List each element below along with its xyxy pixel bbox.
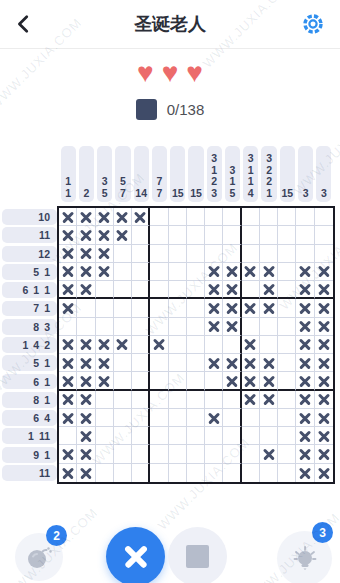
cross-mark <box>98 338 110 350</box>
grid-cell[interactable] <box>296 245 314 263</box>
mark-x-tool-button[interactable] <box>106 527 165 583</box>
grid-cell[interactable] <box>77 281 95 299</box>
fill-tool-button[interactable] <box>168 527 227 583</box>
nonogram-board: 1123557147715153123315311432211533 10111… <box>2 146 335 484</box>
grid-cell[interactable] <box>205 464 223 482</box>
grid-cell[interactable] <box>205 245 223 263</box>
column-clue-pill: 3114 <box>243 146 258 202</box>
grid-cell[interactable] <box>169 263 187 281</box>
grid-cell[interactable] <box>114 318 132 336</box>
cross-mark <box>80 412 92 424</box>
grid-cell[interactable] <box>315 409 333 427</box>
grid-cell[interactable] <box>59 245 77 263</box>
heart-icon: ♥ <box>186 57 203 88</box>
grid-cell[interactable] <box>59 464 77 482</box>
grid-cell[interactable] <box>96 318 114 336</box>
grid-cell[interactable] <box>96 372 114 390</box>
grid-cell[interactable] <box>187 427 205 445</box>
grid-cell[interactable] <box>260 391 278 409</box>
grid-cell[interactable] <box>187 354 205 372</box>
cross-mark <box>62 302 74 314</box>
grid-cell[interactable] <box>260 281 278 299</box>
grid-cell[interactable] <box>260 226 278 244</box>
grid-cell[interactable] <box>132 464 150 482</box>
cross-mark <box>62 283 74 295</box>
cross-mark <box>244 265 256 277</box>
grid-cell[interactable] <box>77 245 95 263</box>
grid-cell[interactable] <box>114 263 132 281</box>
grid-cell[interactable] <box>187 445 205 463</box>
row-clue-pill: 142 <box>2 337 57 353</box>
grid-cell[interactable] <box>260 318 278 336</box>
grid-cell[interactable] <box>296 391 314 409</box>
grid-cell[interactable] <box>150 445 168 463</box>
grid-cell[interactable] <box>132 336 150 354</box>
grid-cell[interactable] <box>59 299 77 317</box>
grid-cell[interactable] <box>114 354 132 372</box>
cross-mark <box>318 448 330 460</box>
grid-cell[interactable] <box>242 299 260 317</box>
cross-mark <box>299 302 311 314</box>
grid-cell[interactable] <box>96 391 114 409</box>
grid-cell[interactable] <box>187 391 205 409</box>
grid-cell[interactable] <box>187 409 205 427</box>
cross-mark <box>244 302 256 314</box>
grid-cell[interactable] <box>77 318 95 336</box>
cross-mark <box>62 467 74 479</box>
grid-cell[interactable] <box>150 245 168 263</box>
grid-cell[interactable] <box>205 445 223 463</box>
grid-cell[interactable] <box>205 281 223 299</box>
grid-cell[interactable] <box>77 372 95 390</box>
grid-cell[interactable] <box>278 445 296 463</box>
grid-cell[interactable] <box>260 245 278 263</box>
grid-cell[interactable] <box>278 281 296 299</box>
grid-cell[interactable] <box>169 208 187 226</box>
grid-cell[interactable] <box>260 299 278 317</box>
grid-cell[interactable] <box>114 391 132 409</box>
grid-cell[interactable] <box>114 281 132 299</box>
grid-cell[interactable] <box>150 372 168 390</box>
grid-cell[interactable] <box>132 409 150 427</box>
hint-count-badge: 3 <box>312 522 333 543</box>
cross-mark <box>318 430 330 442</box>
grid-cell[interactable] <box>205 318 223 336</box>
grid-cell[interactable] <box>114 336 132 354</box>
grid-cell[interactable] <box>96 464 114 482</box>
board-corner <box>2 146 57 206</box>
grid-cell[interactable] <box>96 281 114 299</box>
grid-cell[interactable] <box>242 263 260 281</box>
cross-mark <box>226 302 238 314</box>
grid-cell[interactable] <box>114 245 132 263</box>
row-clue-pill: 111 <box>2 428 57 444</box>
cross-mark <box>80 467 92 479</box>
grid-cell[interactable] <box>132 445 150 463</box>
grid-cell[interactable] <box>187 281 205 299</box>
grid-cell[interactable] <box>132 391 150 409</box>
grid-cell[interactable] <box>59 281 77 299</box>
back-button[interactable] <box>8 8 40 40</box>
grid-cell[interactable] <box>96 336 114 354</box>
grid-cell[interactable] <box>242 226 260 244</box>
row-clue-pill: 11 <box>2 227 57 243</box>
grid-cell[interactable] <box>278 226 296 244</box>
cross-mark <box>244 338 256 350</box>
grid-cell[interactable] <box>296 318 314 336</box>
grid-cell[interactable] <box>296 336 314 354</box>
grid-cell[interactable] <box>150 336 168 354</box>
grid-cell[interactable] <box>260 354 278 372</box>
grid-cell[interactable] <box>77 226 95 244</box>
cross-mark <box>116 211 128 223</box>
grid-cell[interactable] <box>260 427 278 445</box>
grid-cell[interactable] <box>169 427 187 445</box>
cross-mark <box>244 375 256 387</box>
grid-cell[interactable] <box>169 226 187 244</box>
row-clue-pill: 611 <box>2 282 57 298</box>
grid-cell[interactable] <box>150 281 168 299</box>
grid-cell[interactable] <box>77 445 95 463</box>
grid-cell[interactable] <box>242 445 260 463</box>
grid-cell[interactable] <box>114 208 132 226</box>
grid-cell[interactable] <box>278 427 296 445</box>
grid-cell[interactable] <box>132 372 150 390</box>
grid-cell[interactable] <box>315 299 333 317</box>
grid-cell[interactable] <box>77 208 95 226</box>
grid-cell[interactable] <box>315 226 333 244</box>
grid-cell[interactable] <box>296 263 314 281</box>
cross-mark <box>80 247 92 259</box>
grid-cell[interactable] <box>77 409 95 427</box>
grid-cell[interactable] <box>296 281 314 299</box>
grid-cell[interactable] <box>315 245 333 263</box>
grid-cell[interactable] <box>315 354 333 372</box>
grid-cell[interactable] <box>169 299 187 317</box>
grid-cell[interactable] <box>205 354 223 372</box>
grid-cell[interactable] <box>296 464 314 482</box>
grid-cell[interactable] <box>223 409 241 427</box>
grid-cell[interactable] <box>315 445 333 463</box>
grid-cell[interactable] <box>169 445 187 463</box>
grid-cell[interactable] <box>278 318 296 336</box>
grid-cell[interactable] <box>169 464 187 482</box>
cross-mark <box>263 265 275 277</box>
grid-cell[interactable] <box>77 263 95 281</box>
grid-cell[interactable] <box>187 263 205 281</box>
cross-mark <box>134 211 146 223</box>
grid-cell[interactable] <box>114 226 132 244</box>
grid-cell[interactable] <box>315 336 333 354</box>
grid-cell[interactable] <box>223 263 241 281</box>
grid-cell[interactable] <box>315 263 333 281</box>
grid-cell[interactable] <box>296 445 314 463</box>
grid-cell[interactable] <box>223 354 241 372</box>
grid-cell[interactable] <box>242 318 260 336</box>
grid-cell[interactable] <box>315 372 333 390</box>
cross-mark <box>263 357 275 369</box>
grid-cell[interactable] <box>150 226 168 244</box>
cross-mark <box>263 283 275 295</box>
grid-cell[interactable] <box>114 464 132 482</box>
settings-button[interactable] <box>296 7 330 41</box>
grid-cell[interactable] <box>223 245 241 263</box>
column-clue-pill: 77 <box>152 146 167 202</box>
grid-cell[interactable] <box>59 208 77 226</box>
cross-mark <box>98 229 110 241</box>
grid-cell[interactable] <box>278 263 296 281</box>
grid-cell[interactable] <box>205 409 223 427</box>
grid-cell[interactable] <box>169 354 187 372</box>
grid-cell[interactable] <box>77 427 95 445</box>
cross-mark <box>226 265 238 277</box>
grid-cell[interactable] <box>278 245 296 263</box>
grid-cell[interactable] <box>242 427 260 445</box>
grid-cell[interactable] <box>278 409 296 427</box>
grid-cell[interactable] <box>223 427 241 445</box>
cross-mark <box>208 283 220 295</box>
grid-cell[interactable] <box>96 263 114 281</box>
grid-cell[interactable] <box>296 299 314 317</box>
grid-cell[interactable] <box>114 299 132 317</box>
grid-cell[interactable] <box>59 427 77 445</box>
grid-cell[interactable] <box>132 299 150 317</box>
grid-cell[interactable] <box>223 281 241 299</box>
grid-cell[interactable] <box>242 336 260 354</box>
grid-cell[interactable] <box>242 354 260 372</box>
grid-cell[interactable] <box>296 372 314 390</box>
cross-mark <box>62 247 74 259</box>
grid-cell[interactable] <box>150 263 168 281</box>
grid-cell[interactable] <box>169 281 187 299</box>
grid-cell[interactable] <box>242 208 260 226</box>
grid-cell[interactable] <box>187 372 205 390</box>
grid-cell[interactable] <box>205 427 223 445</box>
grid-cell[interactable] <box>59 336 77 354</box>
grid-cell[interactable] <box>296 427 314 445</box>
grid-cell[interactable] <box>150 391 168 409</box>
grid-cell[interactable] <box>223 336 241 354</box>
grid-cell[interactable] <box>260 372 278 390</box>
grid-cell[interactable] <box>260 336 278 354</box>
grid-cell[interactable] <box>96 226 114 244</box>
grid-cell[interactable] <box>59 445 77 463</box>
grid-cell[interactable] <box>187 299 205 317</box>
progress-count: 0/138 <box>167 101 205 118</box>
grid-cell[interactable] <box>278 336 296 354</box>
grid-cell[interactable] <box>223 299 241 317</box>
cross-mark <box>244 393 256 405</box>
grid-cell[interactable] <box>114 409 132 427</box>
grid-cell[interactable] <box>278 299 296 317</box>
column-clue-pill: 3 <box>298 146 313 202</box>
grid-cell[interactable] <box>187 464 205 482</box>
fill-square-icon <box>186 545 209 568</box>
row-clue-pill: 10 <box>2 209 57 225</box>
grid-cell[interactable] <box>296 208 314 226</box>
grid-cell[interactable] <box>150 208 168 226</box>
grid-cell[interactable] <box>77 391 95 409</box>
grid-cell[interactable] <box>315 281 333 299</box>
cross-mark <box>98 375 110 387</box>
cross-mark <box>299 265 311 277</box>
grid-cell[interactable] <box>169 318 187 336</box>
cross-mark <box>299 338 311 350</box>
grid-cell[interactable] <box>205 208 223 226</box>
grid-cell[interactable] <box>77 354 95 372</box>
grid-cell[interactable] <box>278 208 296 226</box>
grid-cell[interactable] <box>315 464 333 482</box>
column-clue-pill: 15 <box>170 146 185 202</box>
grid-cell[interactable] <box>150 409 168 427</box>
cross-mark <box>208 302 220 314</box>
grid-cell[interactable] <box>114 372 132 390</box>
grid-cell[interactable] <box>205 263 223 281</box>
grid-cell[interactable] <box>169 245 187 263</box>
grid-cell[interactable] <box>59 226 77 244</box>
grid-cell[interactable] <box>296 409 314 427</box>
grid-cell[interactable] <box>315 391 333 409</box>
grid-cell[interactable] <box>132 427 150 445</box>
grid-cell[interactable] <box>59 372 77 390</box>
grid-cell[interactable] <box>205 391 223 409</box>
grid-cell[interactable] <box>169 336 187 354</box>
grid-cell[interactable] <box>150 427 168 445</box>
grid-cell[interactable] <box>96 299 114 317</box>
grid-cell[interactable] <box>187 226 205 244</box>
grid-cell[interactable] <box>223 372 241 390</box>
grid-cell[interactable] <box>187 318 205 336</box>
grid-cell[interactable] <box>278 354 296 372</box>
grid-cell[interactable] <box>150 299 168 317</box>
row-clue-pill: 83 <box>2 319 57 335</box>
grid-cell[interactable] <box>150 464 168 482</box>
grid-cell[interactable] <box>223 226 241 244</box>
column-clue-pill: 15 <box>280 146 295 202</box>
cross-mark <box>62 412 74 424</box>
grid-cell[interactable] <box>132 263 150 281</box>
grid-cell[interactable] <box>223 208 241 226</box>
grid-cell[interactable] <box>242 245 260 263</box>
grid-cell[interactable] <box>278 464 296 482</box>
grid-cell[interactable] <box>96 445 114 463</box>
grid-cell[interactable] <box>187 208 205 226</box>
cross-mark <box>116 229 128 241</box>
grid-cell[interactable] <box>187 336 205 354</box>
grid-cell[interactable] <box>315 208 333 226</box>
grid-cell[interactable] <box>187 245 205 263</box>
grid-cell[interactable] <box>77 336 95 354</box>
grid-cell[interactable] <box>59 318 77 336</box>
column-clue-pill: 35 <box>97 146 112 202</box>
cross-mark <box>153 338 165 350</box>
column-clue-pill: 57 <box>115 146 130 202</box>
grid-cell[interactable] <box>114 427 132 445</box>
grid-cell[interactable] <box>260 208 278 226</box>
grid-cell[interactable] <box>205 299 223 317</box>
grid-cell[interactable] <box>242 281 260 299</box>
grid-cell[interactable] <box>242 391 260 409</box>
cross-mark <box>318 302 330 314</box>
cross-mark <box>318 393 330 405</box>
grid-cell[interactable] <box>96 208 114 226</box>
grid-cell[interactable] <box>59 263 77 281</box>
grid-cell[interactable] <box>132 245 150 263</box>
cross-mark <box>62 357 74 369</box>
grid-cell[interactable] <box>150 354 168 372</box>
grid-cell[interactable] <box>242 409 260 427</box>
grid-cell[interactable] <box>242 464 260 482</box>
cross-mark <box>299 448 311 460</box>
grid-cell[interactable] <box>169 391 187 409</box>
grid-cell[interactable] <box>242 372 260 390</box>
grid-cell[interactable] <box>278 391 296 409</box>
cross-mark <box>299 283 311 295</box>
grid-cell[interactable] <box>132 208 150 226</box>
row-clue-pill: 61 <box>2 374 57 390</box>
cross-mark <box>318 320 330 332</box>
grid-cell[interactable] <box>132 354 150 372</box>
cross-mark <box>318 283 330 295</box>
cross-mark <box>226 283 238 295</box>
grid-cell[interactable] <box>59 409 77 427</box>
cross-mark <box>80 375 92 387</box>
cross-mark <box>263 375 275 387</box>
grid-cell[interactable] <box>96 354 114 372</box>
grid-cell[interactable] <box>296 226 314 244</box>
cross-mark <box>116 338 128 350</box>
cross-mark <box>318 467 330 479</box>
cross-mark <box>80 393 92 405</box>
bomb-count-badge: 2 <box>46 525 67 546</box>
grid-cell[interactable] <box>77 299 95 317</box>
grid-cell[interactable] <box>96 427 114 445</box>
grid-cell[interactable] <box>205 336 223 354</box>
grid-cell[interactable] <box>132 318 150 336</box>
page-title: 圣诞老人 <box>70 0 270 48</box>
grid-cell[interactable] <box>150 318 168 336</box>
grid-cell[interactable] <box>260 263 278 281</box>
grid-cell[interactable] <box>278 372 296 390</box>
grid-cell[interactable] <box>169 409 187 427</box>
grid-cell[interactable] <box>223 391 241 409</box>
grid-cell[interactable] <box>114 445 132 463</box>
grid-cell[interactable] <box>59 354 77 372</box>
grid-cell[interactable] <box>59 391 77 409</box>
grid-cell[interactable] <box>223 464 241 482</box>
grid-cell[interactable] <box>96 245 114 263</box>
grid-cell[interactable] <box>260 464 278 482</box>
grid-cell[interactable] <box>205 372 223 390</box>
grid-cell[interactable] <box>260 409 278 427</box>
grid-cell[interactable] <box>132 281 150 299</box>
column-clue-pill: 2 <box>79 146 94 202</box>
grid-cell[interactable] <box>77 464 95 482</box>
grid-cell[interactable] <box>260 445 278 463</box>
grid-cell[interactable] <box>223 445 241 463</box>
grid-cell[interactable] <box>205 226 223 244</box>
grid-cell[interactable] <box>169 372 187 390</box>
grid-cell[interactable] <box>296 354 314 372</box>
cross-mark <box>226 357 238 369</box>
cross-mark <box>318 412 330 424</box>
grid-cell[interactable] <box>315 318 333 336</box>
grid-cell[interactable] <box>96 409 114 427</box>
grid-cell[interactable] <box>315 427 333 445</box>
column-clue-pill: 3221 <box>261 146 276 202</box>
grid-cell[interactable] <box>223 318 241 336</box>
grid-cell[interactable] <box>132 226 150 244</box>
